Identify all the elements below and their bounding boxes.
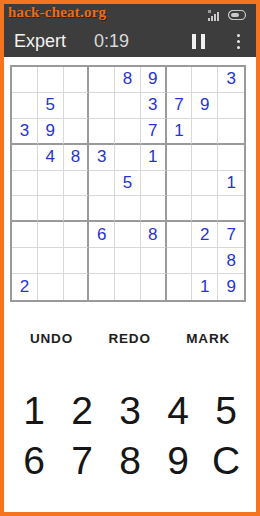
cell-r1c5[interactable]: 8 xyxy=(115,67,141,93)
cell-r3c5[interactable] xyxy=(115,119,141,145)
cell-r8c1[interactable] xyxy=(12,248,38,274)
action-bar: UNDO REDO MARK xyxy=(10,327,250,349)
cell-r5c8[interactable] xyxy=(192,171,218,197)
cell-r1c2[interactable] xyxy=(38,67,64,93)
more-vert-icon xyxy=(231,34,246,49)
digit-button-3[interactable]: 3 xyxy=(106,386,154,434)
digit-button-6[interactable]: 6 xyxy=(10,436,58,484)
cell-r7c6[interactable]: 8 xyxy=(141,222,167,248)
digit-button-2[interactable]: 2 xyxy=(58,386,106,434)
cell-r9c8[interactable]: 1 xyxy=(192,274,218,300)
cell-r2c6[interactable]: 3 xyxy=(141,93,167,119)
sudoku-app: Expert 0:19 8935379397148315168278219 UN… xyxy=(0,0,260,516)
battery-icon xyxy=(228,10,248,20)
digit-button-7[interactable]: 7 xyxy=(58,436,106,484)
cell-r6c2[interactable] xyxy=(38,196,64,222)
cell-r5c2[interactable] xyxy=(38,171,64,197)
cell-r3c1[interactable]: 3 xyxy=(12,119,38,145)
cell-r6c1[interactable] xyxy=(12,196,38,222)
cell-r6c5[interactable] xyxy=(115,196,141,222)
cell-r7c2[interactable] xyxy=(38,222,64,248)
cell-r4c1[interactable] xyxy=(12,145,38,171)
cell-r3c4[interactable] xyxy=(89,119,115,145)
cell-r6c9[interactable] xyxy=(218,196,244,222)
cell-r2c7[interactable]: 7 xyxy=(167,93,193,119)
cell-r3c3[interactable] xyxy=(64,119,90,145)
cell-r9c2[interactable] xyxy=(38,274,64,300)
cell-r4c8[interactable] xyxy=(192,145,218,171)
cell-r4c6[interactable]: 1 xyxy=(141,145,167,171)
cell-r9c4[interactable] xyxy=(89,274,115,300)
cell-r1c8[interactable] xyxy=(192,67,218,93)
toolbar: Expert 0:19 xyxy=(4,24,256,59)
cell-r7c4[interactable]: 6 xyxy=(89,222,115,248)
overflow-menu-button[interactable] xyxy=(231,34,246,49)
cell-r6c4[interactable] xyxy=(89,196,115,222)
cell-r7c7[interactable] xyxy=(167,222,193,248)
cell-r4c5[interactable] xyxy=(115,145,141,171)
cell-r3c2[interactable]: 9 xyxy=(38,119,64,145)
watermark-text: hack-cheat.org xyxy=(8,4,106,21)
cell-r6c7[interactable] xyxy=(167,196,193,222)
cell-r5c3[interactable] xyxy=(64,171,90,197)
cell-r7c8[interactable]: 2 xyxy=(192,222,218,248)
cell-r7c1[interactable] xyxy=(12,222,38,248)
cell-r4c3[interactable]: 8 xyxy=(64,145,90,171)
cell-r5c1[interactable] xyxy=(12,171,38,197)
cell-r2c3[interactable] xyxy=(64,93,90,119)
pause-button[interactable] xyxy=(192,34,205,49)
digit-button-9[interactable]: 9 xyxy=(154,436,202,484)
cell-r2c8[interactable]: 9 xyxy=(192,93,218,119)
cell-r1c1[interactable] xyxy=(12,67,38,93)
cell-r5c7[interactable] xyxy=(167,171,193,197)
cell-r7c9[interactable]: 7 xyxy=(218,222,244,248)
redo-button[interactable]: REDO xyxy=(109,329,151,348)
cell-r8c8[interactable] xyxy=(192,248,218,274)
digit-button-5[interactable]: 5 xyxy=(202,386,250,434)
cell-r2c5[interactable] xyxy=(115,93,141,119)
cell-r4c7[interactable] xyxy=(167,145,193,171)
clear-button[interactable]: C xyxy=(202,436,250,484)
sudoku-grid: 8935379397148315168278219 xyxy=(10,65,246,302)
cell-r8c4[interactable] xyxy=(89,248,115,274)
cell-r3c6[interactable]: 7 xyxy=(141,119,167,145)
cell-r8c3[interactable] xyxy=(64,248,90,274)
cell-r5c9[interactable]: 1 xyxy=(218,171,244,197)
pause-icon xyxy=(192,34,205,49)
cell-r9c3[interactable] xyxy=(64,274,90,300)
timer: 0:19 xyxy=(94,31,129,52)
cell-r1c7[interactable] xyxy=(167,67,193,93)
cell-r3c8[interactable] xyxy=(192,119,218,145)
cell-r4c4[interactable]: 3 xyxy=(89,145,115,171)
cell-r9c5[interactable] xyxy=(115,274,141,300)
cell-r1c6[interactable]: 9 xyxy=(141,67,167,93)
cell-r3c7[interactable]: 1 xyxy=(167,119,193,145)
cell-r6c6[interactable] xyxy=(141,196,167,222)
cell-r2c1[interactable] xyxy=(12,93,38,119)
cell-r5c4[interactable] xyxy=(89,171,115,197)
cell-r2c2[interactable]: 5 xyxy=(38,93,64,119)
cell-r7c5[interactable] xyxy=(115,222,141,248)
cell-r9c9[interactable]: 9 xyxy=(218,274,244,300)
cell-r3c9[interactable] xyxy=(218,119,244,145)
cell-r1c4[interactable] xyxy=(89,67,115,93)
cell-r5c6[interactable] xyxy=(141,171,167,197)
cell-r5c5[interactable]: 5 xyxy=(115,171,141,197)
cell-r4c9[interactable] xyxy=(218,145,244,171)
cell-r2c9[interactable] xyxy=(218,93,244,119)
number-pad: 123456789C xyxy=(10,386,250,484)
cell-r9c6[interactable] xyxy=(141,274,167,300)
cell-r6c3[interactable] xyxy=(64,196,90,222)
cell-r1c3[interactable] xyxy=(64,67,90,93)
undo-button[interactable]: UNDO xyxy=(30,329,73,348)
cell-r6c8[interactable] xyxy=(192,196,218,222)
cell-r9c1[interactable]: 2 xyxy=(12,274,38,300)
mark-button[interactable]: MARK xyxy=(186,329,230,348)
cell-r8c9[interactable]: 8 xyxy=(218,248,244,274)
cell-r8c6[interactable] xyxy=(141,248,167,274)
cell-r8c7[interactable] xyxy=(167,248,193,274)
digit-button-8[interactable]: 8 xyxy=(106,436,154,484)
difficulty-label: Expert xyxy=(14,31,66,52)
cell-r9c7[interactable] xyxy=(167,274,193,300)
cell-r7c3[interactable] xyxy=(64,222,90,248)
digit-button-1[interactable]: 1 xyxy=(10,386,58,434)
cell-r4c2[interactable]: 4 xyxy=(38,145,64,171)
cell-r8c2[interactable] xyxy=(38,248,64,274)
cell-r1c9[interactable]: 3 xyxy=(218,67,244,93)
cell-r2c4[interactable] xyxy=(89,93,115,119)
cell-r8c5[interactable] xyxy=(115,248,141,274)
signal-icon xyxy=(207,10,223,21)
digit-button-4[interactable]: 4 xyxy=(154,386,202,434)
